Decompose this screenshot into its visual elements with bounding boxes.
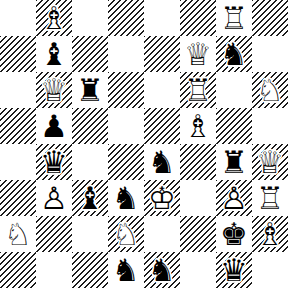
square-f7[interactable]: ♛♕ <box>180 36 216 72</box>
square-d1[interactable]: ♞♞ <box>108 252 144 288</box>
square-f1[interactable] <box>180 252 216 288</box>
square-f2[interactable] <box>180 216 216 252</box>
black-knight-icon: ♞ <box>144 144 180 180</box>
square-c7[interactable] <box>72 36 108 72</box>
square-b2[interactable] <box>36 216 72 252</box>
white-rook-icon: ♖ <box>216 0 252 36</box>
square-g7[interactable]: ♞♞ <box>216 36 252 72</box>
square-e1[interactable]: ♞♞ <box>144 252 180 288</box>
black-knight-icon: ♞ <box>144 252 180 288</box>
white-queen-icon: ♕ <box>36 72 72 108</box>
white-king-halo: ♚ <box>144 180 180 216</box>
black-queen-icon: ♛ <box>36 144 72 180</box>
square-e6[interactable] <box>144 72 180 108</box>
square-c4[interactable] <box>72 144 108 180</box>
square-d6[interactable] <box>108 72 144 108</box>
square-e7[interactable] <box>144 36 180 72</box>
white-rook-halo: ♜ <box>252 180 288 216</box>
square-g3[interactable]: ♟♙ <box>216 180 252 216</box>
square-c5[interactable] <box>72 108 108 144</box>
black-pawn-halo: ♟ <box>36 108 72 144</box>
square-d4[interactable] <box>108 144 144 180</box>
square-c3[interactable]: ♝♝ <box>72 180 108 216</box>
square-a2[interactable]: ♞♘ <box>0 216 36 252</box>
square-a8[interactable] <box>0 0 36 36</box>
square-h7[interactable] <box>252 36 288 72</box>
white-queen-halo: ♛ <box>36 72 72 108</box>
white-knight-halo: ♞ <box>0 216 36 252</box>
square-g8[interactable]: ♜♖ <box>216 0 252 36</box>
square-b7[interactable]: ♝♝ <box>36 36 72 72</box>
white-rook-icon: ♖ <box>180 72 216 108</box>
black-knight-halo: ♞ <box>144 144 180 180</box>
black-knight-halo: ♞ <box>108 252 144 288</box>
square-e3[interactable]: ♚♔ <box>144 180 180 216</box>
square-e5[interactable] <box>144 108 180 144</box>
square-a1[interactable] <box>0 252 36 288</box>
black-bishop-halo: ♝ <box>72 180 108 216</box>
square-b5[interactable]: ♟♟ <box>36 108 72 144</box>
square-c1[interactable] <box>72 252 108 288</box>
square-d5[interactable] <box>108 108 144 144</box>
black-knight-icon: ♞ <box>108 180 144 216</box>
black-knight-halo: ♞ <box>216 36 252 72</box>
square-b1[interactable] <box>36 252 72 288</box>
square-b8[interactable]: ♝♗ <box>36 0 72 36</box>
white-rook-halo: ♜ <box>180 72 216 108</box>
square-a3[interactable] <box>0 180 36 216</box>
square-g2[interactable]: ♚♚ <box>216 216 252 252</box>
white-queen-halo: ♛ <box>180 36 216 72</box>
black-rook-icon: ♜ <box>216 144 252 180</box>
white-bishop-halo: ♝ <box>252 216 288 252</box>
square-f4[interactable] <box>180 144 216 180</box>
square-f3[interactable] <box>180 180 216 216</box>
chess-board: ♝♗♜♖♝♝♛♕♞♞♛♕♜♜♜♖♞♘♟♟♝♗♛♛♞♞♜♜♛♕♟♙♝♝♞♞♚♔♟♙… <box>0 0 288 288</box>
square-d2[interactable]: ♞♘ <box>108 216 144 252</box>
square-b3[interactable]: ♟♙ <box>36 180 72 216</box>
black-rook-icon: ♜ <box>72 72 108 108</box>
white-bishop-icon: ♗ <box>36 0 72 36</box>
black-king-icon: ♚ <box>216 216 252 252</box>
white-pawn-icon: ♙ <box>36 180 72 216</box>
white-bishop-icon: ♗ <box>252 216 288 252</box>
white-rook-halo: ♜ <box>216 0 252 36</box>
white-king-icon: ♔ <box>144 180 180 216</box>
square-g6[interactable] <box>216 72 252 108</box>
white-knight-icon: ♘ <box>108 216 144 252</box>
black-rook-halo: ♜ <box>72 72 108 108</box>
square-a5[interactable] <box>0 108 36 144</box>
square-h4[interactable]: ♛♕ <box>252 144 288 180</box>
square-d8[interactable] <box>108 0 144 36</box>
white-rook-icon: ♖ <box>252 180 288 216</box>
black-pawn-icon: ♟ <box>36 108 72 144</box>
black-knight-halo: ♞ <box>144 252 180 288</box>
square-b4[interactable]: ♛♛ <box>36 144 72 180</box>
square-f8[interactable] <box>180 0 216 36</box>
square-f5[interactable]: ♝♗ <box>180 108 216 144</box>
square-e4[interactable]: ♞♞ <box>144 144 180 180</box>
square-h8[interactable] <box>252 0 288 36</box>
square-a6[interactable] <box>0 72 36 108</box>
white-queen-icon: ♕ <box>252 144 288 180</box>
white-knight-halo: ♞ <box>252 72 288 108</box>
square-a4[interactable] <box>0 144 36 180</box>
black-knight-icon: ♞ <box>216 36 252 72</box>
square-d7[interactable] <box>108 36 144 72</box>
square-g5[interactable] <box>216 108 252 144</box>
square-c8[interactable] <box>72 0 108 36</box>
white-pawn-halo: ♟ <box>36 180 72 216</box>
white-pawn-halo: ♟ <box>216 180 252 216</box>
square-a7[interactable] <box>0 36 36 72</box>
black-knight-icon: ♞ <box>108 252 144 288</box>
square-e8[interactable] <box>144 0 180 36</box>
square-d3[interactable]: ♞♞ <box>108 180 144 216</box>
white-bishop-icon: ♗ <box>180 108 216 144</box>
square-g1[interactable]: ♛♛ <box>216 252 252 288</box>
black-bishop-icon: ♝ <box>72 180 108 216</box>
square-h6[interactable]: ♞♘ <box>252 72 288 108</box>
white-knight-icon: ♘ <box>0 216 36 252</box>
square-h5[interactable] <box>252 108 288 144</box>
white-pawn-icon: ♙ <box>216 180 252 216</box>
black-king-halo: ♚ <box>216 216 252 252</box>
white-bishop-halo: ♝ <box>36 0 72 36</box>
black-queen-halo: ♛ <box>216 252 252 288</box>
square-f6[interactable]: ♜♖ <box>180 72 216 108</box>
square-c6[interactable]: ♜♜ <box>72 72 108 108</box>
white-bishop-halo: ♝ <box>180 108 216 144</box>
black-knight-halo: ♞ <box>108 180 144 216</box>
white-queen-icon: ♕ <box>180 36 216 72</box>
white-knight-halo: ♞ <box>108 216 144 252</box>
black-rook-halo: ♜ <box>216 144 252 180</box>
square-h1[interactable] <box>252 252 288 288</box>
square-h3[interactable]: ♜♖ <box>252 180 288 216</box>
square-c2[interactable] <box>72 216 108 252</box>
square-g4[interactable]: ♜♜ <box>216 144 252 180</box>
black-queen-icon: ♛ <box>216 252 252 288</box>
black-bishop-halo: ♝ <box>36 36 72 72</box>
square-h2[interactable]: ♝♗ <box>252 216 288 252</box>
white-knight-icon: ♘ <box>252 72 288 108</box>
black-queen-halo: ♛ <box>36 144 72 180</box>
square-b6[interactable]: ♛♕ <box>36 72 72 108</box>
black-bishop-icon: ♝ <box>36 36 72 72</box>
square-e2[interactable] <box>144 216 180 252</box>
white-queen-halo: ♛ <box>252 144 288 180</box>
